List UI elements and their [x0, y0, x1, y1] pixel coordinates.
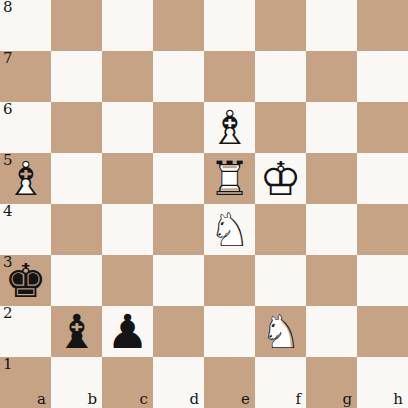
square-b2[interactable]: ♝ — [51, 306, 102, 357]
white-bishop[interactable]: ♝♗ — [0, 153, 51, 204]
square-b8[interactable] — [51, 0, 102, 51]
square-c2[interactable]: ♟ — [102, 306, 153, 357]
file-label-b: b — [87, 392, 97, 408]
square-f7[interactable] — [255, 51, 306, 102]
file-label-a: a — [37, 392, 46, 408]
white-bishop-outline: ♗ — [0, 153, 51, 204]
square-d8[interactable] — [153, 0, 204, 51]
square-g7[interactable] — [306, 51, 357, 102]
square-h8[interactable] — [357, 0, 408, 51]
square-h5[interactable] — [357, 153, 408, 204]
white-knight[interactable]: ♞♘ — [255, 306, 306, 357]
square-a8[interactable]: 8 — [0, 0, 51, 51]
white-knight-outline: ♘ — [255, 306, 306, 357]
square-c3[interactable] — [102, 255, 153, 306]
file-label-g: g — [342, 392, 352, 408]
square-d7[interactable] — [153, 51, 204, 102]
file-label-c: c — [140, 392, 148, 408]
square-e7[interactable] — [204, 51, 255, 102]
square-h7[interactable] — [357, 51, 408, 102]
square-a2[interactable]: 2 — [0, 306, 51, 357]
rank-label-2: 2 — [3, 306, 13, 322]
file-label-d: d — [189, 392, 199, 408]
square-e1[interactable]: e — [204, 357, 255, 408]
square-g6[interactable] — [306, 102, 357, 153]
square-b7[interactable] — [51, 51, 102, 102]
square-f2[interactable]: ♞♘ — [255, 306, 306, 357]
square-g5[interactable] — [306, 153, 357, 204]
square-b5[interactable] — [51, 153, 102, 204]
square-c1[interactable]: c — [102, 357, 153, 408]
square-a1[interactable]: 1a — [0, 357, 51, 408]
square-e6[interactable]: ♝♗ — [204, 102, 255, 153]
square-e4[interactable]: ♞♘ — [204, 204, 255, 255]
white-rook[interactable]: ♜♖ — [204, 153, 255, 204]
square-c8[interactable] — [102, 0, 153, 51]
square-b6[interactable] — [51, 102, 102, 153]
square-a5[interactable]: 5♝♗ — [0, 153, 51, 204]
square-e2[interactable] — [204, 306, 255, 357]
square-b3[interactable] — [51, 255, 102, 306]
square-a6[interactable]: 6 — [0, 102, 51, 153]
rank-label-8: 8 — [3, 0, 13, 16]
square-g2[interactable] — [306, 306, 357, 357]
square-b4[interactable] — [51, 204, 102, 255]
rank-label-7: 7 — [3, 51, 13, 67]
square-f3[interactable] — [255, 255, 306, 306]
square-d2[interactable] — [153, 306, 204, 357]
white-knight[interactable]: ♞♘ — [204, 204, 255, 255]
square-h3[interactable] — [357, 255, 408, 306]
square-f8[interactable] — [255, 0, 306, 51]
white-king-outline: ♔ — [255, 153, 306, 204]
square-d3[interactable] — [153, 255, 204, 306]
square-f6[interactable] — [255, 102, 306, 153]
white-bishop-outline: ♗ — [204, 102, 255, 153]
file-label-h: h — [393, 392, 403, 408]
square-d4[interactable] — [153, 204, 204, 255]
square-d1[interactable]: d — [153, 357, 204, 408]
white-rook-outline: ♖ — [204, 153, 255, 204]
square-g8[interactable] — [306, 0, 357, 51]
square-c5[interactable] — [102, 153, 153, 204]
white-bishop[interactable]: ♝♗ — [204, 102, 255, 153]
square-h6[interactable] — [357, 102, 408, 153]
file-label-f: f — [295, 392, 301, 408]
rank-label-1: 1 — [3, 357, 13, 373]
square-d6[interactable] — [153, 102, 204, 153]
black-king[interactable]: ♚ — [0, 255, 51, 306]
square-g1[interactable]: g — [306, 357, 357, 408]
chess-diagram: 876♝♗5♝♗♜♖♚♔4♞♘3♚2♝♟♞♘1abcdefgh — [0, 0, 408, 408]
file-label-e: e — [241, 392, 250, 408]
square-c7[interactable] — [102, 51, 153, 102]
white-king[interactable]: ♚♔ — [255, 153, 306, 204]
square-g3[interactable] — [306, 255, 357, 306]
square-b1[interactable]: b — [51, 357, 102, 408]
chess-board: 876♝♗5♝♗♜♖♚♔4♞♘3♚2♝♟♞♘1abcdefgh — [0, 0, 408, 408]
square-c4[interactable] — [102, 204, 153, 255]
square-f1[interactable]: f — [255, 357, 306, 408]
black-bishop[interactable]: ♝ — [51, 306, 102, 357]
square-e3[interactable] — [204, 255, 255, 306]
square-h2[interactable] — [357, 306, 408, 357]
square-h1[interactable]: h — [357, 357, 408, 408]
black-pawn[interactable]: ♟ — [102, 306, 153, 357]
square-f4[interactable] — [255, 204, 306, 255]
square-d5[interactable] — [153, 153, 204, 204]
square-h4[interactable] — [357, 204, 408, 255]
square-a4[interactable]: 4 — [0, 204, 51, 255]
square-e5[interactable]: ♜♖ — [204, 153, 255, 204]
square-a3[interactable]: 3♚ — [0, 255, 51, 306]
square-g4[interactable] — [306, 204, 357, 255]
rank-label-6: 6 — [3, 102, 13, 118]
square-c6[interactable] — [102, 102, 153, 153]
square-a7[interactable]: 7 — [0, 51, 51, 102]
square-e8[interactable] — [204, 0, 255, 51]
rank-label-4: 4 — [3, 204, 13, 220]
white-knight-outline: ♘ — [204, 204, 255, 255]
square-f5[interactable]: ♚♔ — [255, 153, 306, 204]
